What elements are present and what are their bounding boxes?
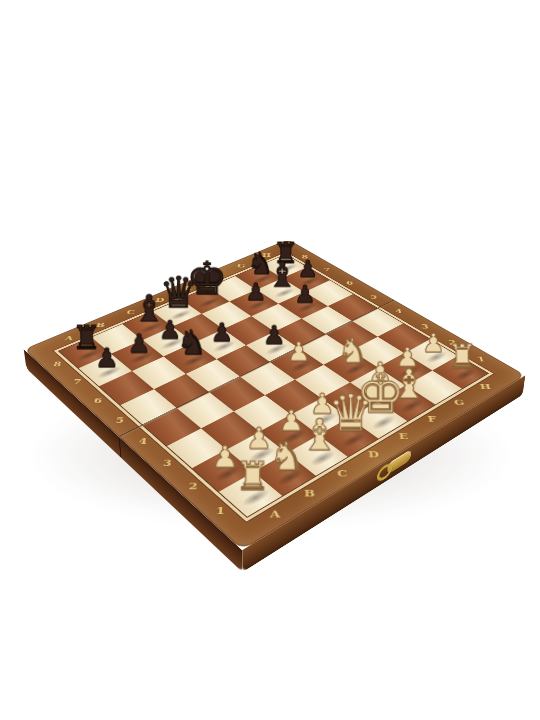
piece-black-pawn-b7: ♟ bbox=[128, 331, 151, 357]
rank-label-right-5: 5 bbox=[370, 294, 378, 300]
rank-label-left-3: 3 bbox=[162, 458, 172, 468]
rank-label-right-4: 4 bbox=[395, 308, 403, 315]
file-label-bottom-H: H bbox=[479, 383, 492, 391]
piece-black-knight-c6: ♞ bbox=[177, 325, 207, 359]
piece-black-pawn-g6: ♟ bbox=[294, 282, 315, 306]
rank-label-left-8: 8 bbox=[52, 360, 62, 368]
rank-label-left-7: 7 bbox=[72, 378, 82, 386]
file-label-bottom-G: G bbox=[453, 398, 465, 407]
piece-black-pawn-e5: ♟ bbox=[263, 322, 286, 347]
piece-white-rook-a1: ♜ bbox=[235, 456, 270, 495]
piece-white-rook-h1: ♜ bbox=[447, 340, 477, 374]
rank-label-right-7: 7 bbox=[323, 267, 330, 273]
file-label-bottom-E: E bbox=[398, 432, 409, 441]
rank-label-right-1: 1 bbox=[476, 355, 486, 363]
piece-black-pawn-d6: ♟ bbox=[211, 320, 234, 345]
piece-black-pawn-f7: ♟ bbox=[245, 280, 266, 304]
file-label-top-G: G bbox=[237, 263, 245, 269]
piece-white-pawn-e4: ♟ bbox=[287, 339, 310, 365]
piece-white-pawn-b2: ♟ bbox=[246, 424, 272, 453]
piece-black-bishop-g7: ♝ bbox=[267, 258, 298, 292]
file-label-bottom-F: F bbox=[427, 415, 437, 424]
perspective-wrapper: ♜♝♛♚♞♜♟♟♟♟♝♟♞♟♟♟♟♞♟♟♟♟♟♟♟♜♞♝♛♚♝♜ 1122334… bbox=[0, 0, 540, 720]
rank-label-left-6: 6 bbox=[93, 396, 103, 405]
file-label-bottom-A: A bbox=[270, 509, 280, 520]
rank-label-right-6: 6 bbox=[346, 280, 354, 286]
piece-black-pawn-h7: ♟ bbox=[298, 257, 319, 280]
rank-label-left-2: 2 bbox=[188, 481, 198, 492]
board-grid: ♜♝♛♚♞♜♟♟♟♟♝♟♞♟♟♟♟♞♟♟♟♟♟♟♟♜♞♝♛♚♝♜ bbox=[59, 255, 487, 517]
file-label-bottom-C: C bbox=[337, 468, 348, 478]
rank-label-left-4: 4 bbox=[138, 436, 148, 446]
board-frame: ♜♝♛♚♞♜♟♟♟♟♝♟♞♟♟♟♟♞♟♟♟♟♟♟♟♜♞♝♛♚♝♜ 1122334… bbox=[24, 239, 526, 550]
rank-label-left-1: 1 bbox=[215, 505, 225, 516]
file-label-bottom-B: B bbox=[304, 488, 316, 499]
piece-white-knight-b1: ♞ bbox=[269, 436, 304, 475]
product-photo-scene: ♜♝♛♚♞♜♟♟♟♟♝♟♞♟♟♟♟♞♟♟♟♟♟♟♟♜♞♝♛♚♝♜ 1122334… bbox=[0, 0, 540, 720]
file-label-bottom-D: D bbox=[368, 450, 380, 460]
piece-white-pawn-h2: ♟ bbox=[422, 330, 445, 356]
piece-black-pawn-a7: ♟ bbox=[95, 345, 119, 371]
piece-white-bishop-c1: ♝ bbox=[300, 414, 339, 457]
rank-label-left-5: 5 bbox=[115, 416, 125, 425]
chess-board: ♜♝♛♚♞♜♟♟♟♟♝♟♞♟♟♟♟♞♟♟♟♟♟♟♟♜♞♝♛♚♝♜ 1122334… bbox=[24, 239, 526, 550]
